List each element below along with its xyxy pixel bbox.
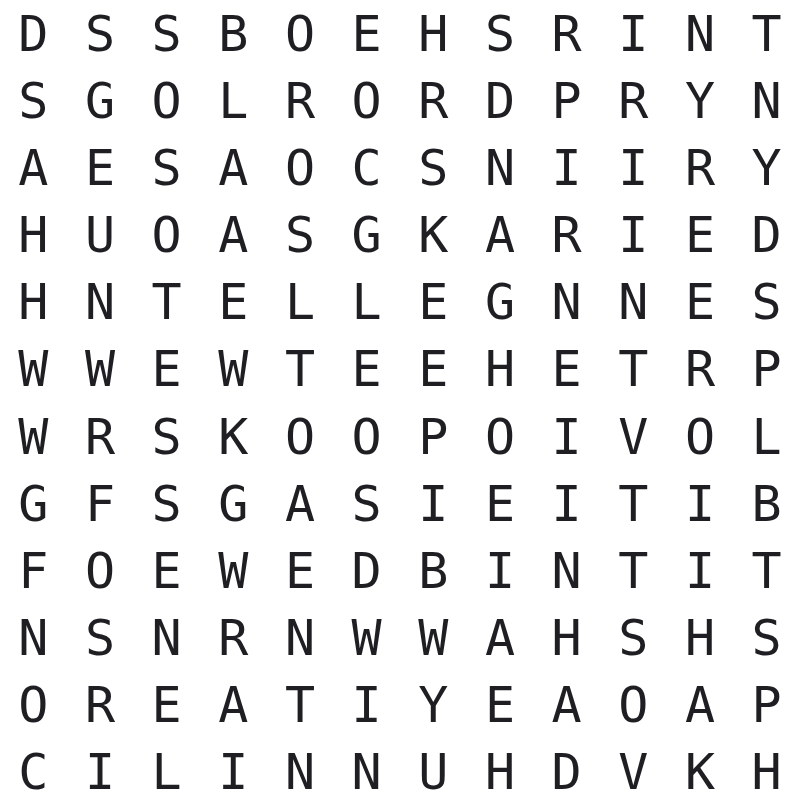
grid-cell[interactable]: H xyxy=(0,201,67,268)
grid-cell[interactable]: T xyxy=(733,0,800,67)
grid-cell[interactable]: N xyxy=(733,67,800,134)
grid-cell[interactable]: T xyxy=(600,470,667,537)
grid-cell[interactable]: A xyxy=(667,672,734,739)
grid-cell[interactable]: L xyxy=(267,269,334,336)
grid-cell[interactable]: U xyxy=(67,201,134,268)
grid-cell[interactable]: S xyxy=(733,604,800,671)
grid-cell[interactable]: A xyxy=(533,672,600,739)
grid-cell[interactable]: E xyxy=(133,537,200,604)
grid-cell[interactable]: I xyxy=(533,403,600,470)
grid-cell[interactable]: G xyxy=(200,470,267,537)
grid-cell[interactable]: A xyxy=(200,672,267,739)
grid-cell[interactable]: I xyxy=(333,672,400,739)
grid-cell[interactable]: O xyxy=(133,201,200,268)
grid-cell[interactable]: R xyxy=(667,134,734,201)
grid-cell[interactable]: W xyxy=(0,403,67,470)
grid-cell[interactable]: A xyxy=(200,134,267,201)
grid-cell[interactable]: A xyxy=(267,470,334,537)
grid-cell[interactable]: D xyxy=(0,0,67,67)
grid-cell[interactable]: W xyxy=(400,604,467,671)
grid-cell[interactable]: O xyxy=(67,537,134,604)
grid-cell[interactable]: H xyxy=(400,0,467,67)
grid-cell[interactable]: S xyxy=(267,201,334,268)
grid-cell[interactable]: S xyxy=(133,470,200,537)
grid-cell[interactable]: N xyxy=(467,134,534,201)
grid-cell[interactable]: I xyxy=(600,201,667,268)
grid-cell[interactable]: N xyxy=(267,739,334,806)
grid-cell[interactable]: I xyxy=(200,739,267,806)
grid-cell[interactable]: S xyxy=(67,0,134,67)
grid-cell[interactable]: R xyxy=(200,604,267,671)
grid-cell[interactable]: S xyxy=(67,604,134,671)
grid-cell[interactable]: E xyxy=(467,470,534,537)
grid-cell[interactable]: E xyxy=(67,134,134,201)
grid-cell[interactable]: O xyxy=(0,672,67,739)
grid-cell[interactable]: N xyxy=(667,0,734,67)
grid-cell[interactable]: T xyxy=(133,269,200,336)
grid-cell[interactable]: A xyxy=(200,201,267,268)
grid-cell[interactable]: L xyxy=(200,67,267,134)
grid-cell[interactable]: E xyxy=(400,269,467,336)
grid-cell[interactable]: R xyxy=(67,403,134,470)
grid-cell[interactable]: R xyxy=(533,201,600,268)
word-search-board: DSSBOEHSRINTSGOLRORDPRYNAESAOCSNIIRYHUOA… xyxy=(0,0,800,806)
grid-cell[interactable]: N xyxy=(533,537,600,604)
grid-cell[interactable]: S xyxy=(133,403,200,470)
grid-cell[interactable]: O xyxy=(333,67,400,134)
grid-cell[interactable]: E xyxy=(533,336,600,403)
grid-cell[interactable]: F xyxy=(0,537,67,604)
grid-cell[interactable]: S xyxy=(133,0,200,67)
grid-cell[interactable]: P xyxy=(733,336,800,403)
grid-cell[interactable]: E xyxy=(467,672,534,739)
grid-cell[interactable]: I xyxy=(600,0,667,67)
grid-cell[interactable]: O xyxy=(667,403,734,470)
grid-cell[interactable]: P xyxy=(400,403,467,470)
grid-cell[interactable]: W xyxy=(67,336,134,403)
grid-cell[interactable]: H xyxy=(533,604,600,671)
grid-cell[interactable]: S xyxy=(733,269,800,336)
grid-cell[interactable]: I xyxy=(400,470,467,537)
grid-cell[interactable]: S xyxy=(333,470,400,537)
grid-cell[interactable]: A xyxy=(467,604,534,671)
grid-cell[interactable]: K xyxy=(200,403,267,470)
grid-cell[interactable]: I xyxy=(600,134,667,201)
grid-cell[interactable]: T xyxy=(600,336,667,403)
grid-cell[interactable]: S xyxy=(467,0,534,67)
grid-cell[interactable]: R xyxy=(533,0,600,67)
grid-cell[interactable]: G xyxy=(333,201,400,268)
grid-cell[interactable]: O xyxy=(467,403,534,470)
grid-cell[interactable]: C xyxy=(0,739,67,806)
grid-cell[interactable]: K xyxy=(667,739,734,806)
grid-cell[interactable]: E xyxy=(333,0,400,67)
grid-cell[interactable]: I xyxy=(667,470,734,537)
grid-cell[interactable]: R xyxy=(400,67,467,134)
grid-cell[interactable]: W xyxy=(333,604,400,671)
grid-cell[interactable]: U xyxy=(400,739,467,806)
grid-cell[interactable]: E xyxy=(667,269,734,336)
grid-cell[interactable]: E xyxy=(133,672,200,739)
grid-cell[interactable]: E xyxy=(667,201,734,268)
grid-cell[interactable]: E xyxy=(400,336,467,403)
grid-cell[interactable]: O xyxy=(333,403,400,470)
grid-cell[interactable]: D xyxy=(467,67,534,134)
grid-cell[interactable]: E xyxy=(133,336,200,403)
grid-cell[interactable]: D xyxy=(533,739,600,806)
grid-cell[interactable]: B xyxy=(733,470,800,537)
grid-cell[interactable]: O xyxy=(133,67,200,134)
grid-cell[interactable]: A xyxy=(467,201,534,268)
grid-cell[interactable]: O xyxy=(267,134,334,201)
grid-cell[interactable]: I xyxy=(467,537,534,604)
grid-cell[interactable]: R xyxy=(600,67,667,134)
grid-cell[interactable]: I xyxy=(67,739,134,806)
grid-cell[interactable]: L xyxy=(733,403,800,470)
grid-cell[interactable]: O xyxy=(267,0,334,67)
grid-cell[interactable]: T xyxy=(600,537,667,604)
grid-cell[interactable]: A xyxy=(0,134,67,201)
grid-cell[interactable]: K xyxy=(400,201,467,268)
grid-cell[interactable]: G xyxy=(67,67,134,134)
grid-cell[interactable]: N xyxy=(67,269,134,336)
grid-cell[interactable]: T xyxy=(267,672,334,739)
grid-cell[interactable]: P xyxy=(733,672,800,739)
grid-cell[interactable]: W xyxy=(200,336,267,403)
grid-cell[interactable]: I xyxy=(533,134,600,201)
grid-cell[interactable]: Y xyxy=(400,672,467,739)
grid-cell[interactable]: W xyxy=(200,537,267,604)
grid-cell[interactable]: Y xyxy=(667,67,734,134)
grid-cell[interactable]: H xyxy=(733,739,800,806)
grid-cell[interactable]: H xyxy=(667,604,734,671)
grid-cell[interactable]: R xyxy=(267,67,334,134)
grid-cell[interactable]: P xyxy=(533,67,600,134)
grid-cell[interactable]: N xyxy=(0,604,67,671)
grid-cell[interactable]: N xyxy=(267,604,334,671)
grid-cell[interactable]: O xyxy=(267,403,334,470)
grid-cell[interactable]: H xyxy=(0,269,67,336)
grid-cell[interactable]: S xyxy=(400,134,467,201)
grid-cell[interactable]: H xyxy=(467,336,534,403)
grid-cell[interactable]: N xyxy=(533,269,600,336)
grid-cell[interactable]: G xyxy=(0,470,67,537)
grid-cell[interactable]: V xyxy=(600,739,667,806)
grid-cell[interactable]: H xyxy=(467,739,534,806)
grid-cell[interactable]: R xyxy=(667,336,734,403)
grid-cell[interactable]: E xyxy=(333,336,400,403)
grid-cell[interactable]: S xyxy=(0,67,67,134)
grid-cell[interactable]: Y xyxy=(733,134,800,201)
grid-cell[interactable]: O xyxy=(600,672,667,739)
grid-cell[interactable]: W xyxy=(0,336,67,403)
grid-cell[interactable]: L xyxy=(133,739,200,806)
grid-cell[interactable]: E xyxy=(200,269,267,336)
grid-cell[interactable]: L xyxy=(333,269,400,336)
grid-cell[interactable]: S xyxy=(133,134,200,201)
grid-cell[interactable]: N xyxy=(333,739,400,806)
grid-cell[interactable]: D xyxy=(333,537,400,604)
grid-cell[interactable]: T xyxy=(267,336,334,403)
grid-cell[interactable]: B xyxy=(400,537,467,604)
grid-cell[interactable]: D xyxy=(733,201,800,268)
grid-cell[interactable]: S xyxy=(600,604,667,671)
grid-cell[interactable]: N xyxy=(133,604,200,671)
grid-cell[interactable]: G xyxy=(467,269,534,336)
grid-cell[interactable]: F xyxy=(67,470,134,537)
grid-cell[interactable]: R xyxy=(67,672,134,739)
grid-cell[interactable]: C xyxy=(333,134,400,201)
grid-cell[interactable]: I xyxy=(533,470,600,537)
grid-cell[interactable]: T xyxy=(733,537,800,604)
grid-cell[interactable]: E xyxy=(267,537,334,604)
grid-cell[interactable]: V xyxy=(600,403,667,470)
grid-cell[interactable]: N xyxy=(600,269,667,336)
grid-cell[interactable]: I xyxy=(667,537,734,604)
grid-cell[interactable]: B xyxy=(200,0,267,67)
